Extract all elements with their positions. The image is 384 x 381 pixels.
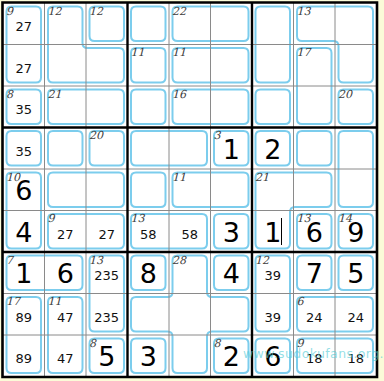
cell-r6c4[interactable] <box>169 252 211 294</box>
cell-r5c8[interactable] <box>335 211 377 253</box>
cell-r8c2[interactable] <box>86 335 128 377</box>
cell-r6c3[interactable] <box>128 252 170 294</box>
cell-r4c2[interactable] <box>86 169 128 211</box>
cell-r4c5[interactable] <box>211 169 253 211</box>
cell-r6c0[interactable] <box>3 252 45 294</box>
cell-r6c7[interactable] <box>294 252 336 294</box>
cell-r6c6[interactable] <box>252 252 294 294</box>
cell-r2c1[interactable] <box>45 86 87 128</box>
cell-r8c3[interactable] <box>128 335 170 377</box>
cell-r2c7[interactable] <box>294 86 336 128</box>
cell-r5c3[interactable] <box>128 211 170 253</box>
cell-r2c6[interactable] <box>252 86 294 128</box>
cell-r5c6[interactable] <box>252 211 294 253</box>
cell-r4c7[interactable] <box>294 169 336 211</box>
cell-r8c7[interactable] <box>294 335 336 377</box>
cell-r0c2[interactable] <box>86 3 128 45</box>
cell-r0c5[interactable] <box>211 3 253 45</box>
cell-r7c2[interactable] <box>86 294 128 336</box>
cell-r2c5[interactable] <box>211 86 253 128</box>
cell-r3c2[interactable] <box>86 128 128 170</box>
cell-r2c2[interactable] <box>86 86 128 128</box>
cell-r6c2[interactable] <box>86 252 128 294</box>
cell-r6c8[interactable] <box>335 252 377 294</box>
cell-r2c3[interactable] <box>128 86 170 128</box>
cell-r5c5[interactable] <box>211 211 253 253</box>
cell-r4c0[interactable] <box>3 169 45 211</box>
cell-r1c3[interactable] <box>128 45 170 87</box>
cell-r1c1[interactable] <box>45 45 87 87</box>
cell-r8c0[interactable] <box>3 335 45 377</box>
cell-r1c6[interactable] <box>252 45 294 87</box>
cell-r6c5[interactable] <box>211 252 253 294</box>
cell-r2c8[interactable] <box>335 86 377 128</box>
cell-r2c4[interactable] <box>169 86 211 128</box>
cell-r1c4[interactable] <box>169 45 211 87</box>
cell-r7c3[interactable] <box>128 294 170 336</box>
cell-r7c5[interactable] <box>211 294 253 336</box>
cell-r3c8[interactable] <box>335 128 377 170</box>
cell-r6c1[interactable] <box>45 252 87 294</box>
cell-r7c0[interactable] <box>3 294 45 336</box>
cell-r3c0[interactable] <box>3 128 45 170</box>
cell-r7c8[interactable] <box>335 294 377 336</box>
cell-r5c0[interactable] <box>3 211 45 253</box>
cell-r4c1[interactable] <box>45 169 87 211</box>
cell-r8c8[interactable] <box>335 335 377 377</box>
cell-r0c7[interactable] <box>294 3 336 45</box>
cell-r0c6[interactable] <box>252 3 294 45</box>
page-background: { "game": "killer-sudoku", "watermark": … <box>0 0 384 381</box>
cell-r0c8[interactable] <box>335 3 377 45</box>
cell-r3c5[interactable] <box>211 128 253 170</box>
cell-r3c6[interactable] <box>252 128 294 170</box>
cell-r2c0[interactable] <box>3 86 45 128</box>
killer-sudoku-board: 9121222131111178211620203121061121491331… <box>0 0 384 381</box>
cell-r1c8[interactable] <box>335 45 377 87</box>
cell-r0c3[interactable] <box>128 3 170 45</box>
cell-r4c6[interactable] <box>252 169 294 211</box>
cell-r7c6[interactable] <box>252 294 294 336</box>
cell-r3c4[interactable] <box>169 128 211 170</box>
cell-r4c3[interactable] <box>128 169 170 211</box>
cell-r8c5[interactable] <box>211 335 253 377</box>
cell-r7c7[interactable] <box>294 294 336 336</box>
cell-r7c1[interactable] <box>45 294 87 336</box>
cell-r5c4[interactable] <box>169 211 211 253</box>
cell-r4c4[interactable] <box>169 169 211 211</box>
cell-r0c4[interactable] <box>169 3 211 45</box>
cell-r1c0[interactable] <box>3 45 45 87</box>
cell-r3c1[interactable] <box>45 128 87 170</box>
cell-r0c1[interactable] <box>45 3 87 45</box>
cell-r1c7[interactable] <box>294 45 336 87</box>
cell-r3c7[interactable] <box>294 128 336 170</box>
cell-r5c7[interactable] <box>294 211 336 253</box>
cell-r1c5[interactable] <box>211 45 253 87</box>
cell-r0c0[interactable] <box>3 3 45 45</box>
cell-r8c6[interactable] <box>252 335 294 377</box>
cell-r7c4[interactable] <box>169 294 211 336</box>
cell-r3c3[interactable] <box>128 128 170 170</box>
cell-r1c2[interactable] <box>86 45 128 87</box>
cell-r8c1[interactable] <box>45 335 87 377</box>
cell-r8c4[interactable] <box>169 335 211 377</box>
cell-r4c8[interactable] <box>335 169 377 211</box>
cell-r5c2[interactable] <box>86 211 128 253</box>
cell-r5c1[interactable] <box>45 211 87 253</box>
